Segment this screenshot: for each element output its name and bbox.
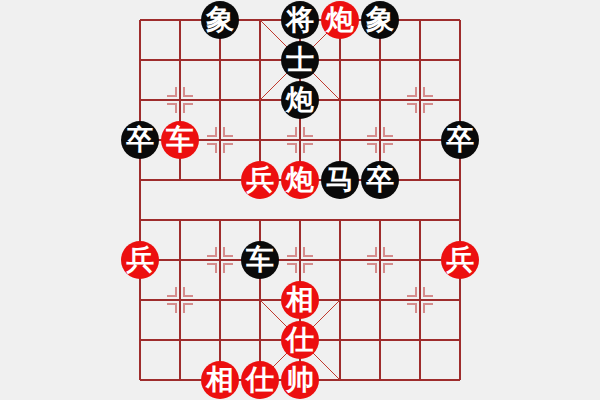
piece-red-cannon[interactable]: 炮 — [281, 161, 319, 199]
piece-black-advisor[interactable]: 士 — [281, 41, 319, 79]
piece-black-soldier[interactable]: 卒 — [121, 121, 159, 159]
piece-red-chariot[interactable]: 车 — [161, 121, 199, 159]
piece-black-soldier[interactable]: 卒 — [361, 161, 399, 199]
piece-black-soldier[interactable]: 卒 — [441, 121, 479, 159]
piece-red-advisor[interactable]: 仕 — [241, 361, 279, 399]
piece-red-soldier[interactable]: 兵 — [121, 241, 159, 279]
piece-red-soldier[interactable]: 兵 — [441, 241, 479, 279]
piece-red-cannon[interactable]: 炮 — [321, 1, 359, 39]
piece-black-general[interactable]: 将 — [281, 1, 319, 39]
piece-black-horse[interactable]: 马 — [321, 161, 359, 199]
piece-black-elephant[interactable]: 象 — [201, 1, 239, 39]
piece-black-cannon[interactable]: 炮 — [281, 81, 319, 119]
piece-black-chariot[interactable]: 车 — [241, 241, 279, 279]
piece-black-elephant[interactable]: 象 — [361, 1, 399, 39]
piece-red-advisor[interactable]: 仕 — [281, 321, 319, 359]
piece-red-elephant[interactable]: 相 — [201, 361, 239, 399]
board-area: 象将炮象士炮卒车卒兵炮马卒兵车兵相仕相仕帅 — [0, 0, 600, 400]
piece-red-elephant[interactable]: 相 — [281, 281, 319, 319]
piece-grid: 象将炮象士炮卒车卒兵炮马卒兵车兵相仕相仕帅 — [120, 0, 480, 400]
piece-red-general[interactable]: 帅 — [281, 361, 319, 399]
piece-red-soldier[interactable]: 兵 — [241, 161, 279, 199]
